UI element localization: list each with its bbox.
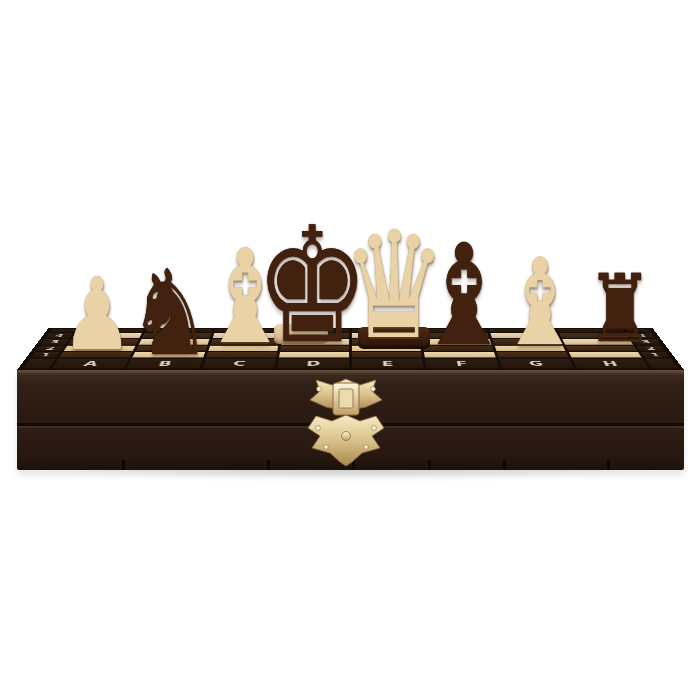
ground-shadow: [22, 468, 680, 480]
rank-label-cell: 1: [31, 352, 60, 358]
brass-clasp-icon: [302, 376, 390, 468]
clasp-hasp-window: [339, 389, 353, 408]
rank-label: 2: [45, 346, 57, 351]
chess-box-scene: 44332211ABCDEFGH ♟♞♝♚: [0, 0, 700, 700]
rank-label: 1: [40, 352, 52, 357]
black-rook: ♜: [582, 262, 657, 356]
board-border-corner: [23, 359, 56, 369]
white-bishop-2: ♝: [492, 243, 588, 363]
